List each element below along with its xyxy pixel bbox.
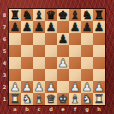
file-label-c: c — [33, 105, 45, 114]
file-label-d: d — [45, 105, 57, 114]
white-king[interactable]: ♚ — [57, 93, 69, 105]
square-b1[interactable]: ♞ — [21, 93, 33, 105]
rank-label-7: 7 — [0, 21, 9, 33]
file-label-b: b — [21, 105, 33, 114]
square-d4[interactable] — [45, 57, 57, 69]
square-f5[interactable] — [69, 45, 81, 57]
square-a4[interactable] — [9, 57, 21, 69]
square-g1[interactable]: ♞ — [81, 93, 93, 105]
square-f1[interactable]: ♝ — [69, 93, 81, 105]
square-d7[interactable]: ♟ — [45, 21, 57, 33]
square-g7[interactable]: ♟ — [81, 21, 93, 33]
square-c1[interactable]: ♝ — [33, 93, 45, 105]
white-rook[interactable]: ♜ — [9, 93, 21, 105]
square-g6[interactable] — [81, 33, 93, 45]
white-rook[interactable]: ♜ — [93, 93, 105, 105]
square-d6[interactable] — [45, 33, 57, 45]
board-frame: ♜♞♝♛♚♝♞♜♟♟♟♟♟♟♟♟♟♟♟♟♟♟♟♟♜♞♝♛♚♝♞♜ 8765432… — [0, 0, 114, 114]
square-e1[interactable]: ♚ — [57, 93, 69, 105]
square-g4[interactable] — [81, 57, 93, 69]
square-e8[interactable]: ♚ — [57, 9, 69, 21]
square-h6[interactable] — [93, 33, 105, 45]
white-pawn[interactable]: ♟ — [57, 57, 69, 69]
square-d1[interactable]: ♛ — [45, 93, 57, 105]
square-a5[interactable] — [9, 45, 21, 57]
white-knight[interactable]: ♞ — [21, 93, 33, 105]
square-e4[interactable]: ♟ — [57, 57, 69, 69]
black-pawn[interactable]: ♟ — [93, 21, 105, 33]
square-b6[interactable] — [21, 33, 33, 45]
square-g5[interactable] — [81, 45, 93, 57]
square-e6[interactable]: ♟ — [57, 33, 69, 45]
rank-label-2: 2 — [0, 81, 9, 93]
white-bishop[interactable]: ♝ — [69, 93, 81, 105]
white-queen[interactable]: ♛ — [45, 93, 57, 105]
square-a7[interactable]: ♟ — [9, 21, 21, 33]
square-h1[interactable]: ♜ — [93, 93, 105, 105]
square-c4[interactable] — [33, 57, 45, 69]
square-c7[interactable]: ♟ — [33, 21, 45, 33]
square-f4[interactable] — [69, 57, 81, 69]
black-pawn[interactable]: ♟ — [9, 21, 21, 33]
black-pawn[interactable]: ♟ — [57, 33, 69, 45]
white-bishop[interactable]: ♝ — [33, 93, 45, 105]
square-h7[interactable]: ♟ — [93, 21, 105, 33]
square-h5[interactable] — [93, 45, 105, 57]
rank-label-4: 4 — [0, 57, 9, 69]
square-a1[interactable]: ♜ — [9, 93, 21, 105]
square-b5[interactable] — [21, 45, 33, 57]
file-label-e: e — [57, 105, 69, 114]
file-label-f: f — [69, 105, 81, 114]
square-b7[interactable]: ♟ — [21, 21, 33, 33]
square-b4[interactable] — [21, 57, 33, 69]
chess-board: ♜♞♝♛♚♝♞♜♟♟♟♟♟♟♟♟♟♟♟♟♟♟♟♟♜♞♝♛♚♝♞♜ — [9, 9, 105, 105]
file-label-a: a — [9, 105, 21, 114]
square-f6[interactable] — [69, 33, 81, 45]
square-e3[interactable] — [57, 69, 69, 81]
square-d5[interactable] — [45, 45, 57, 57]
file-label-h: h — [93, 105, 105, 114]
rank-label-3: 3 — [0, 69, 9, 81]
white-knight[interactable]: ♞ — [81, 93, 93, 105]
square-c5[interactable] — [33, 45, 45, 57]
square-a6[interactable] — [9, 33, 21, 45]
square-h4[interactable] — [93, 57, 105, 69]
black-king[interactable]: ♚ — [57, 9, 69, 21]
black-pawn[interactable]: ♟ — [45, 21, 57, 33]
black-pawn[interactable]: ♟ — [81, 21, 93, 33]
rank-label-8: 8 — [0, 9, 9, 21]
square-c6[interactable] — [33, 33, 45, 45]
rank-label-5: 5 — [0, 45, 9, 57]
rank-label-6: 6 — [0, 33, 9, 45]
file-label-g: g — [81, 105, 93, 114]
black-pawn[interactable]: ♟ — [21, 21, 33, 33]
square-f7[interactable]: ♟ — [69, 21, 81, 33]
rank-label-1: 1 — [0, 93, 9, 105]
black-pawn[interactable]: ♟ — [69, 21, 81, 33]
black-pawn[interactable]: ♟ — [33, 21, 45, 33]
